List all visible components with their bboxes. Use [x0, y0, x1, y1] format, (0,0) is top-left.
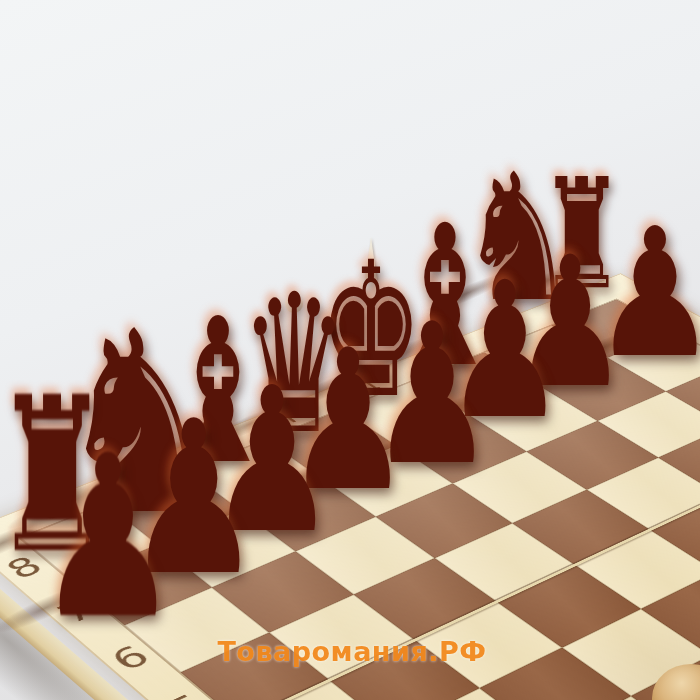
product-photo-scene: 8877665544332211ааббввггддеежжзз ♜♞♝♛♚♝♞… — [0, 0, 700, 700]
queen-ball-finial — [285, 295, 303, 313]
piece-shadow-g8 — [411, 261, 525, 326]
king-spike-finial — [365, 237, 377, 280]
watermark: Товаромания.РФ — [217, 636, 486, 667]
